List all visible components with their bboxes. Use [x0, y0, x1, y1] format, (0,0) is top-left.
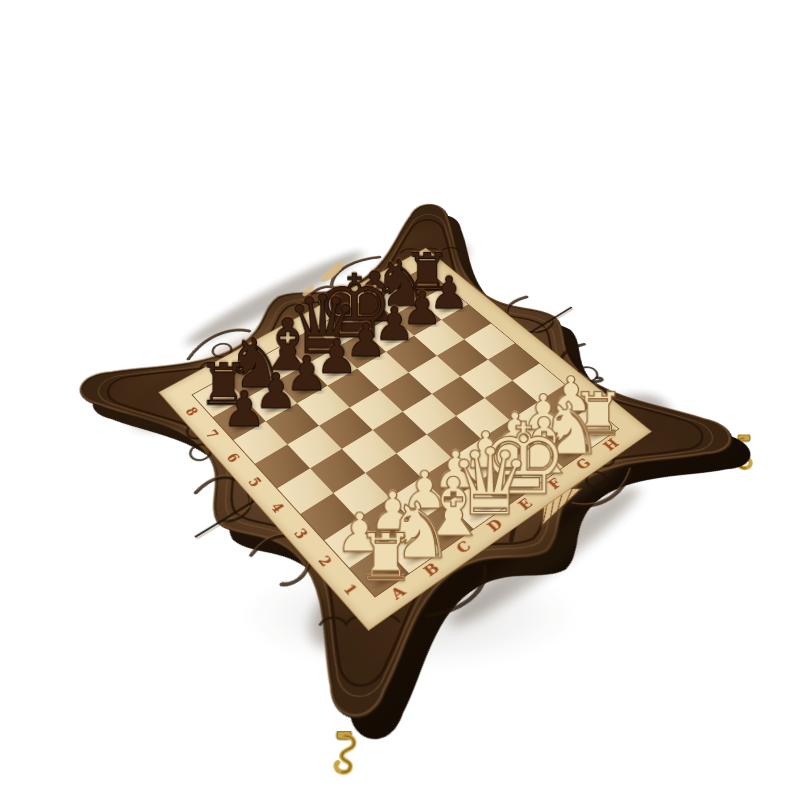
rank-label-4: 4 — [267, 500, 287, 515]
file-label-c: C — [453, 538, 475, 557]
product-photo-scene: ABCDEFGH12345678♜♞♝♛♚♝♞♜♟♟♟♟♟♟♟♟♟♟♟♟♟♟♟♟… — [0, 0, 800, 800]
rank-label-7: 7 — [202, 427, 221, 440]
rank-label-1: 1 — [340, 581, 361, 598]
rank-label-8: 8 — [182, 405, 200, 418]
rank-label-5: 5 — [245, 475, 264, 489]
rank-label-3: 3 — [290, 526, 310, 542]
rank-label-6: 6 — [223, 451, 242, 465]
rank-label-2: 2 — [315, 553, 335, 569]
